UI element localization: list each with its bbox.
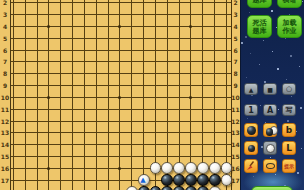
star-speck <box>241 42 243 44</box>
grid-line <box>25 0 26 190</box>
row-label-left: 13 <box>0 129 10 136</box>
clear-board-button[interactable] <box>244 159 258 173</box>
row-label-right: 10 <box>231 94 241 101</box>
last-move-triangle-marker: ▲ <box>140 177 145 184</box>
row-label-right: 8 <box>231 70 241 77</box>
row-label-left: 6 <box>0 47 10 54</box>
white-stone-icon <box>266 144 275 153</box>
letter-marker-button[interactable]: A <box>263 104 277 116</box>
star-speck <box>278 109 279 110</box>
star-speck <box>249 12 250 13</box>
row-label-left: 18 <box>0 189 10 190</box>
row-label-right: 9 <box>231 82 241 89</box>
row-label-left: 4 <box>0 23 10 30</box>
go-app-screen: 2345678910111213141516171823456789101112… <box>0 0 304 190</box>
row-label-left: 8 <box>0 70 10 77</box>
star-speck <box>300 107 302 109</box>
star-speck <box>302 1 303 2</box>
grid-line <box>10 132 231 133</box>
stone-black[interactable] <box>185 174 197 186</box>
text-marker-button[interactable]: 写 <box>282 104 296 116</box>
star-speck <box>286 79 287 80</box>
star-speck <box>299 66 300 67</box>
row-label-right: 7 <box>231 58 241 65</box>
hand-button[interactable]: b <box>282 123 296 137</box>
bottom-green-button[interactable] <box>251 186 293 190</box>
grid-line <box>10 85 231 86</box>
grid-line <box>143 0 144 190</box>
star-speck <box>272 51 273 52</box>
triangle-marker-button[interactable]: ▲ <box>244 83 258 95</box>
life-death-library-label: 死活 题库 <box>253 19 267 35</box>
star-speck <box>290 55 292 57</box>
grid-line <box>10 156 231 157</box>
star-speck <box>246 77 247 78</box>
star-speck <box>296 131 297 132</box>
hint-button[interactable]: 提示 <box>282 159 296 173</box>
stone-white[interactable] <box>150 162 162 174</box>
stone-black[interactable] <box>197 186 209 190</box>
stone-white[interactable] <box>161 162 173 174</box>
row-label-left: 16 <box>0 165 10 172</box>
row-label-right: 12 <box>231 118 241 125</box>
oval-outline-icon <box>266 163 275 169</box>
grid-line <box>13 0 14 190</box>
row-label-left: 5 <box>0 35 10 42</box>
star-speck <box>263 40 264 41</box>
row-label-right: 18 <box>231 189 241 190</box>
grid-line <box>10 73 231 74</box>
broom-icon <box>246 161 256 171</box>
row-label-left: 10 <box>0 94 10 101</box>
grid-line <box>10 38 231 39</box>
stone-white[interactable] <box>185 162 197 174</box>
game-record-button[interactable]: 棋谱 <box>277 0 302 8</box>
oval-marker-button[interactable] <box>263 159 277 173</box>
row-label-left: 14 <box>0 141 10 148</box>
grid-line <box>60 0 61 190</box>
stone-black[interactable] <box>161 174 173 186</box>
star-speck <box>259 64 260 65</box>
board-left-border <box>10 0 11 190</box>
black-stone-small-button[interactable] <box>244 141 258 155</box>
black-stone-icon <box>248 145 255 152</box>
square-marker-button[interactable]: ■ <box>263 83 277 95</box>
load-homework-label: 加载 作业 <box>283 19 297 35</box>
stone-black[interactable] <box>185 186 197 190</box>
white-stone-button[interactable] <box>263 141 277 155</box>
row-label-left: 15 <box>0 153 10 160</box>
stone-white[interactable] <box>209 162 221 174</box>
grid-line <box>10 50 231 51</box>
row-label-left: 11 <box>0 106 10 113</box>
row-label-right: 11 <box>231 106 241 113</box>
load-homework-button[interactable]: 加载 作业 <box>277 15 302 38</box>
stone-black[interactable] <box>138 186 150 190</box>
row-label-left: 7 <box>0 58 10 65</box>
stone-white[interactable] <box>197 162 209 174</box>
row-label-left: 17 <box>0 177 10 184</box>
problem-library-label: 题库 <box>253 0 267 4</box>
star-speck <box>247 118 248 119</box>
grid-line <box>119 0 120 190</box>
row-label-right: 4 <box>231 23 241 30</box>
grid-line <box>10 61 231 62</box>
life-death-library-button[interactable]: 死活 题库 <box>247 15 272 38</box>
grid-line <box>131 0 132 190</box>
star-speck <box>301 148 302 149</box>
grid-line <box>10 14 231 15</box>
stone-white[interactable] <box>209 186 221 190</box>
stone-black[interactable] <box>197 174 209 186</box>
row-label-left: 2 <box>0 0 10 6</box>
row-label-right: 5 <box>231 35 241 42</box>
row-label-right: 6 <box>231 47 241 54</box>
problem-library-button[interactable]: 题库 <box>247 0 272 8</box>
black-stone-icon <box>247 126 256 135</box>
star-speck <box>287 120 289 122</box>
stone-black[interactable] <box>161 186 173 190</box>
stone-black[interactable] <box>150 186 162 190</box>
star-speck <box>285 38 286 39</box>
stone-white[interactable] <box>173 162 185 174</box>
row-label-right: 15 <box>231 153 241 160</box>
row-label-left: 12 <box>0 118 10 125</box>
row-label-left: 3 <box>0 11 10 18</box>
star-speck <box>260 105 261 106</box>
row-label-right: 14 <box>231 141 241 148</box>
star-speck <box>245 36 247 38</box>
star-speck <box>270 157 271 158</box>
star-speck <box>291 96 292 97</box>
row-label-right: 2 <box>231 0 241 6</box>
game-record-label: 棋谱 <box>283 0 297 4</box>
grid-line <box>96 0 97 190</box>
grid-line <box>10 121 231 122</box>
row-label-right: 13 <box>231 129 241 136</box>
stone-black[interactable] <box>209 174 221 186</box>
black-white-stone-button[interactable] <box>263 123 277 137</box>
grid-line <box>10 109 231 110</box>
row-label-right: 3 <box>231 11 241 18</box>
stone-white[interactable] <box>126 186 138 190</box>
star-speck <box>250 53 251 54</box>
grid-line <box>10 2 231 3</box>
black-stone-icon <box>266 128 274 136</box>
black-stone-button[interactable] <box>244 123 258 137</box>
star-speck <box>277 68 279 70</box>
sidebar: 题库 棋谱 死活 题库 加载 作业 ▲■○1A写bL提示 <box>240 0 304 190</box>
number-marker-button[interactable]: 1 <box>244 104 258 116</box>
circle-marker-button[interactable]: ○ <box>282 83 296 95</box>
stone-black[interactable] <box>173 174 185 186</box>
star-speck <box>271 10 273 12</box>
stone-black[interactable] <box>173 186 185 190</box>
row-label-left: 9 <box>0 82 10 89</box>
angle-button[interactable]: L <box>282 141 296 155</box>
grid-line <box>108 0 109 190</box>
grid-line <box>10 144 231 145</box>
grid-line <box>72 0 73 190</box>
grid-line <box>48 0 49 190</box>
go-board[interactable]: 2345678910111213141516171823456789101112… <box>0 0 240 190</box>
grid-line <box>37 0 38 190</box>
grid-line <box>84 0 85 190</box>
